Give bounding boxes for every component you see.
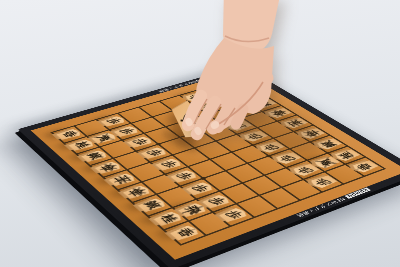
photo-scene: KUMONNEWスタディ将棋 KUMONNEWスタディ将棋 香桂銀金玉金銀桂香飛… bbox=[0, 0, 400, 267]
hand bbox=[155, 0, 305, 167]
